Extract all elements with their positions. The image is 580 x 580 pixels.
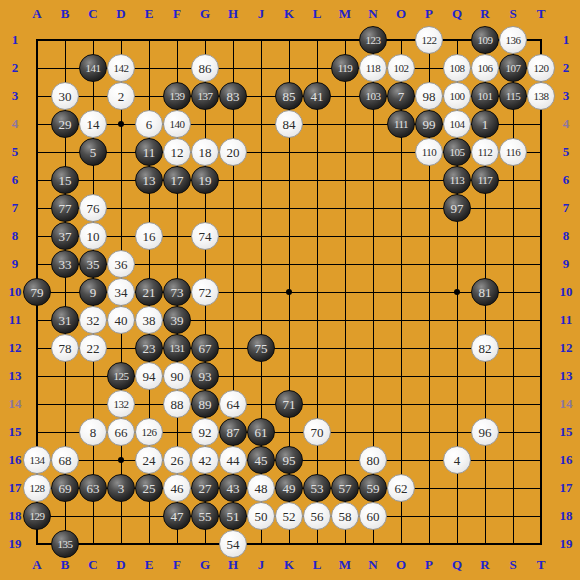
- col-label-bottom-N: N: [368, 557, 377, 573]
- row-label-right-13: 13: [560, 368, 573, 384]
- stone-M17-move-57: 57: [331, 474, 359, 502]
- stone-G13-move-93: 93: [191, 362, 219, 390]
- stone-H18-move-51: 51: [219, 502, 247, 530]
- stone-B9-move-33: 33: [51, 250, 79, 278]
- stone-F13-move-90: 90: [163, 362, 191, 390]
- stone-T2-move-120: 120: [527, 54, 555, 82]
- stone-D11-move-40: 40: [107, 306, 135, 334]
- stone-N18-move-60: 60: [359, 502, 387, 530]
- col-label-bottom-R: R: [480, 557, 489, 573]
- row-label-right-18: 18: [560, 508, 573, 524]
- col-label-bottom-P: P: [425, 557, 433, 573]
- stone-C17-move-63: 63: [79, 474, 107, 502]
- stone-H5-move-20: 20: [219, 138, 247, 166]
- star-point-D16: [118, 457, 124, 463]
- stone-N2-move-118: 118: [359, 54, 387, 82]
- stone-S1-move-136: 136: [499, 26, 527, 54]
- stone-T3-move-138: 138: [527, 82, 555, 110]
- stone-C11-move-32: 32: [79, 306, 107, 334]
- stone-E8-move-16: 16: [135, 222, 163, 250]
- stone-K17-move-49: 49: [275, 474, 303, 502]
- stone-Q6-move-113: 113: [443, 166, 471, 194]
- col-label-bottom-T: T: [537, 557, 546, 573]
- row-label-right-6: 6: [563, 172, 570, 188]
- col-label-bottom-Q: Q: [452, 557, 462, 573]
- stone-J18-move-50: 50: [247, 502, 275, 530]
- stone-H17-move-43: 43: [219, 474, 247, 502]
- row-label-left-6: 6: [12, 172, 19, 188]
- stone-Q4-move-104: 104: [443, 110, 471, 138]
- stone-B11-move-31: 31: [51, 306, 79, 334]
- stone-C10-move-9: 9: [79, 278, 107, 306]
- stone-A18-move-129: 129: [23, 502, 51, 530]
- stone-S5-move-116: 116: [499, 138, 527, 166]
- stone-B17-move-69: 69: [51, 474, 79, 502]
- stone-C4-move-14: 14: [79, 110, 107, 138]
- stone-Q7-move-97: 97: [443, 194, 471, 222]
- stone-K3-move-85: 85: [275, 82, 303, 110]
- col-label-top-J: J: [258, 6, 265, 22]
- row-label-right-8: 8: [563, 228, 570, 244]
- go-board[interactable]: AABBCCDDEEFFGGHHJJKKLLMMNNOOPPQQRRSSTT11…: [0, 0, 580, 580]
- stone-Q16-move-4: 4: [443, 446, 471, 474]
- stone-H14-move-64: 64: [219, 390, 247, 418]
- stone-G16-move-42: 42: [191, 446, 219, 474]
- star-point-D4: [118, 121, 124, 127]
- stone-J15-move-61: 61: [247, 418, 275, 446]
- col-label-top-T: T: [537, 6, 546, 22]
- stone-Q3-move-100: 100: [443, 82, 471, 110]
- col-label-bottom-E: E: [145, 557, 154, 573]
- row-label-left-1: 1: [12, 32, 19, 48]
- col-label-top-E: E: [145, 6, 154, 22]
- stone-N17-move-59: 59: [359, 474, 387, 502]
- row-label-right-12: 12: [560, 340, 573, 356]
- stone-F6-move-17: 17: [163, 166, 191, 194]
- col-label-top-S: S: [509, 6, 516, 22]
- stone-G10-move-72: 72: [191, 278, 219, 306]
- col-label-top-L: L: [313, 6, 322, 22]
- stone-G8-move-74: 74: [191, 222, 219, 250]
- row-label-right-11: 11: [560, 312, 572, 328]
- stone-B19-move-135: 135: [51, 530, 79, 558]
- row-label-left-4: 4: [12, 116, 19, 132]
- stone-F11-move-39: 39: [163, 306, 191, 334]
- row-label-left-13: 13: [9, 368, 22, 384]
- row-label-right-3: 3: [563, 88, 570, 104]
- stone-E5-move-11: 11: [135, 138, 163, 166]
- stone-R12-move-82: 82: [471, 334, 499, 362]
- stone-F10-move-73: 73: [163, 278, 191, 306]
- stone-G3-move-137: 137: [191, 82, 219, 110]
- stone-R15-move-96: 96: [471, 418, 499, 446]
- stone-J12-move-75: 75: [247, 334, 275, 362]
- stone-F14-move-88: 88: [163, 390, 191, 418]
- stone-Q2-move-108: 108: [443, 54, 471, 82]
- stone-N16-move-80: 80: [359, 446, 387, 474]
- col-label-bottom-J: J: [258, 557, 265, 573]
- stone-D14-move-132: 132: [107, 390, 135, 418]
- stone-H16-move-44: 44: [219, 446, 247, 474]
- stone-B4-move-29: 29: [51, 110, 79, 138]
- row-label-left-8: 8: [12, 228, 19, 244]
- stone-E13-move-94: 94: [135, 362, 163, 390]
- stone-M2-move-119: 119: [331, 54, 359, 82]
- row-label-right-2: 2: [563, 60, 570, 76]
- stone-N3-move-103: 103: [359, 82, 387, 110]
- stone-G5-move-18: 18: [191, 138, 219, 166]
- stone-G15-move-92: 92: [191, 418, 219, 446]
- stone-R4-move-1: 1: [471, 110, 499, 138]
- stone-A10-move-79: 79: [23, 278, 51, 306]
- stone-F4-move-140: 140: [163, 110, 191, 138]
- stone-P4-move-99: 99: [415, 110, 443, 138]
- stone-O3-move-7: 7: [387, 82, 415, 110]
- col-label-top-G: G: [200, 6, 210, 22]
- stone-F12-move-131: 131: [163, 334, 191, 362]
- stone-B16-move-68: 68: [51, 446, 79, 474]
- stone-F5-move-12: 12: [163, 138, 191, 166]
- stone-G12-move-67: 67: [191, 334, 219, 362]
- stone-A17-move-128: 128: [23, 474, 51, 502]
- stone-E4-move-6: 6: [135, 110, 163, 138]
- row-label-right-15: 15: [560, 424, 573, 440]
- stone-F17-move-46: 46: [163, 474, 191, 502]
- stone-J17-move-48: 48: [247, 474, 275, 502]
- stone-B12-move-78: 78: [51, 334, 79, 362]
- stone-B3-move-30: 30: [51, 82, 79, 110]
- stone-C12-move-22: 22: [79, 334, 107, 362]
- stone-K16-move-95: 95: [275, 446, 303, 474]
- row-label-left-17: 17: [9, 480, 22, 496]
- stone-E17-move-25: 25: [135, 474, 163, 502]
- stone-P1-move-122: 122: [415, 26, 443, 54]
- stone-C15-move-8: 8: [79, 418, 107, 446]
- stone-D13-move-125: 125: [107, 362, 135, 390]
- stone-C8-move-10: 10: [79, 222, 107, 250]
- row-label-left-12: 12: [9, 340, 22, 356]
- row-label-right-4: 4: [563, 116, 570, 132]
- stone-L17-move-53: 53: [303, 474, 331, 502]
- col-label-top-R: R: [480, 6, 489, 22]
- row-label-right-1: 1: [563, 32, 570, 48]
- stone-R1-move-109: 109: [471, 26, 499, 54]
- col-label-top-D: D: [116, 6, 125, 22]
- col-label-bottom-O: O: [396, 557, 406, 573]
- col-label-bottom-S: S: [509, 557, 516, 573]
- row-label-right-9: 9: [563, 256, 570, 272]
- row-label-left-10: 10: [9, 284, 22, 300]
- stone-E6-move-13: 13: [135, 166, 163, 194]
- stone-E10-move-21: 21: [135, 278, 163, 306]
- stone-R2-move-106: 106: [471, 54, 499, 82]
- stone-G6-move-19: 19: [191, 166, 219, 194]
- stone-D10-move-34: 34: [107, 278, 135, 306]
- stone-G18-move-55: 55: [191, 502, 219, 530]
- col-label-top-H: H: [228, 6, 238, 22]
- col-label-bottom-M: M: [339, 557, 351, 573]
- stone-S3-move-115: 115: [499, 82, 527, 110]
- star-point-K10: [286, 289, 292, 295]
- stone-L18-move-56: 56: [303, 502, 331, 530]
- stone-D9-move-36: 36: [107, 250, 135, 278]
- stone-F18-move-47: 47: [163, 502, 191, 530]
- stone-H15-move-87: 87: [219, 418, 247, 446]
- stone-H3-move-83: 83: [219, 82, 247, 110]
- row-label-left-14: 14: [9, 396, 22, 412]
- col-label-top-Q: Q: [452, 6, 462, 22]
- stone-R10-move-81: 81: [471, 278, 499, 306]
- row-label-right-10: 10: [560, 284, 573, 300]
- stone-H19-move-54: 54: [219, 530, 247, 558]
- stone-O2-move-102: 102: [387, 54, 415, 82]
- col-label-top-N: N: [368, 6, 377, 22]
- row-label-right-19: 19: [560, 536, 573, 552]
- row-label-right-5: 5: [563, 144, 570, 160]
- stone-R3-move-101: 101: [471, 82, 499, 110]
- row-label-left-19: 19: [9, 536, 22, 552]
- stone-S2-move-107: 107: [499, 54, 527, 82]
- stone-B8-move-37: 37: [51, 222, 79, 250]
- row-label-left-5: 5: [12, 144, 19, 160]
- col-label-top-O: O: [396, 6, 406, 22]
- stone-E12-move-23: 23: [135, 334, 163, 362]
- row-label-left-9: 9: [12, 256, 19, 272]
- row-label-left-2: 2: [12, 60, 19, 76]
- row-label-right-17: 17: [560, 480, 573, 496]
- row-label-left-15: 15: [9, 424, 22, 440]
- stone-B6-move-15: 15: [51, 166, 79, 194]
- stone-O4-move-111: 111: [387, 110, 415, 138]
- stone-O17-move-62: 62: [387, 474, 415, 502]
- col-label-bottom-K: K: [284, 557, 294, 573]
- col-label-top-F: F: [173, 6, 181, 22]
- row-label-right-16: 16: [560, 452, 573, 468]
- row-label-left-16: 16: [9, 452, 22, 468]
- row-label-right-7: 7: [563, 200, 570, 216]
- stone-G17-move-27: 27: [191, 474, 219, 502]
- col-label-bottom-F: F: [173, 557, 181, 573]
- stone-P5-move-110: 110: [415, 138, 443, 166]
- stone-J16-move-45: 45: [247, 446, 275, 474]
- stone-K4-move-84: 84: [275, 110, 303, 138]
- col-label-bottom-G: G: [200, 557, 210, 573]
- stone-F3-move-139: 139: [163, 82, 191, 110]
- col-label-top-C: C: [88, 6, 97, 22]
- stone-A16-move-134: 134: [23, 446, 51, 474]
- stone-G14-move-89: 89: [191, 390, 219, 418]
- stone-C5-move-5: 5: [79, 138, 107, 166]
- stone-R5-move-112: 112: [471, 138, 499, 166]
- stone-D3-move-2: 2: [107, 82, 135, 110]
- stone-G2-move-86: 86: [191, 54, 219, 82]
- row-label-right-14: 14: [560, 396, 573, 412]
- row-label-left-11: 11: [9, 312, 21, 328]
- col-label-top-K: K: [284, 6, 294, 22]
- stone-M18-move-58: 58: [331, 502, 359, 530]
- stone-B7-move-77: 77: [51, 194, 79, 222]
- stone-D2-move-142: 142: [107, 54, 135, 82]
- stone-D17-move-3: 3: [107, 474, 135, 502]
- col-label-bottom-L: L: [313, 557, 322, 573]
- stone-R6-move-117: 117: [471, 166, 499, 194]
- stone-E11-move-38: 38: [135, 306, 163, 334]
- star-point-Q10: [454, 289, 460, 295]
- stone-Q5-move-105: 105: [443, 138, 471, 166]
- stone-L3-move-41: 41: [303, 82, 331, 110]
- col-label-bottom-D: D: [116, 557, 125, 573]
- stone-L15-move-70: 70: [303, 418, 331, 446]
- stone-E15-move-126: 126: [135, 418, 163, 446]
- row-label-left-7: 7: [12, 200, 19, 216]
- col-label-top-M: M: [339, 6, 351, 22]
- col-label-bottom-C: C: [88, 557, 97, 573]
- stone-K18-move-52: 52: [275, 502, 303, 530]
- col-label-bottom-H: H: [228, 557, 238, 573]
- stone-C2-move-141: 141: [79, 54, 107, 82]
- col-label-top-B: B: [61, 6, 70, 22]
- stone-D15-move-66: 66: [107, 418, 135, 446]
- stone-P3-move-98: 98: [415, 82, 443, 110]
- col-label-bottom-B: B: [61, 557, 70, 573]
- stone-C9-move-35: 35: [79, 250, 107, 278]
- stone-N1-move-123: 123: [359, 26, 387, 54]
- col-label-top-A: A: [32, 6, 41, 22]
- col-label-bottom-A: A: [32, 557, 41, 573]
- row-label-left-18: 18: [9, 508, 22, 524]
- stone-C7-move-76: 76: [79, 194, 107, 222]
- col-label-top-P: P: [425, 6, 433, 22]
- stone-K14-move-71: 71: [275, 390, 303, 418]
- stone-F16-move-26: 26: [163, 446, 191, 474]
- row-label-left-3: 3: [12, 88, 19, 104]
- stone-E16-move-24: 24: [135, 446, 163, 474]
